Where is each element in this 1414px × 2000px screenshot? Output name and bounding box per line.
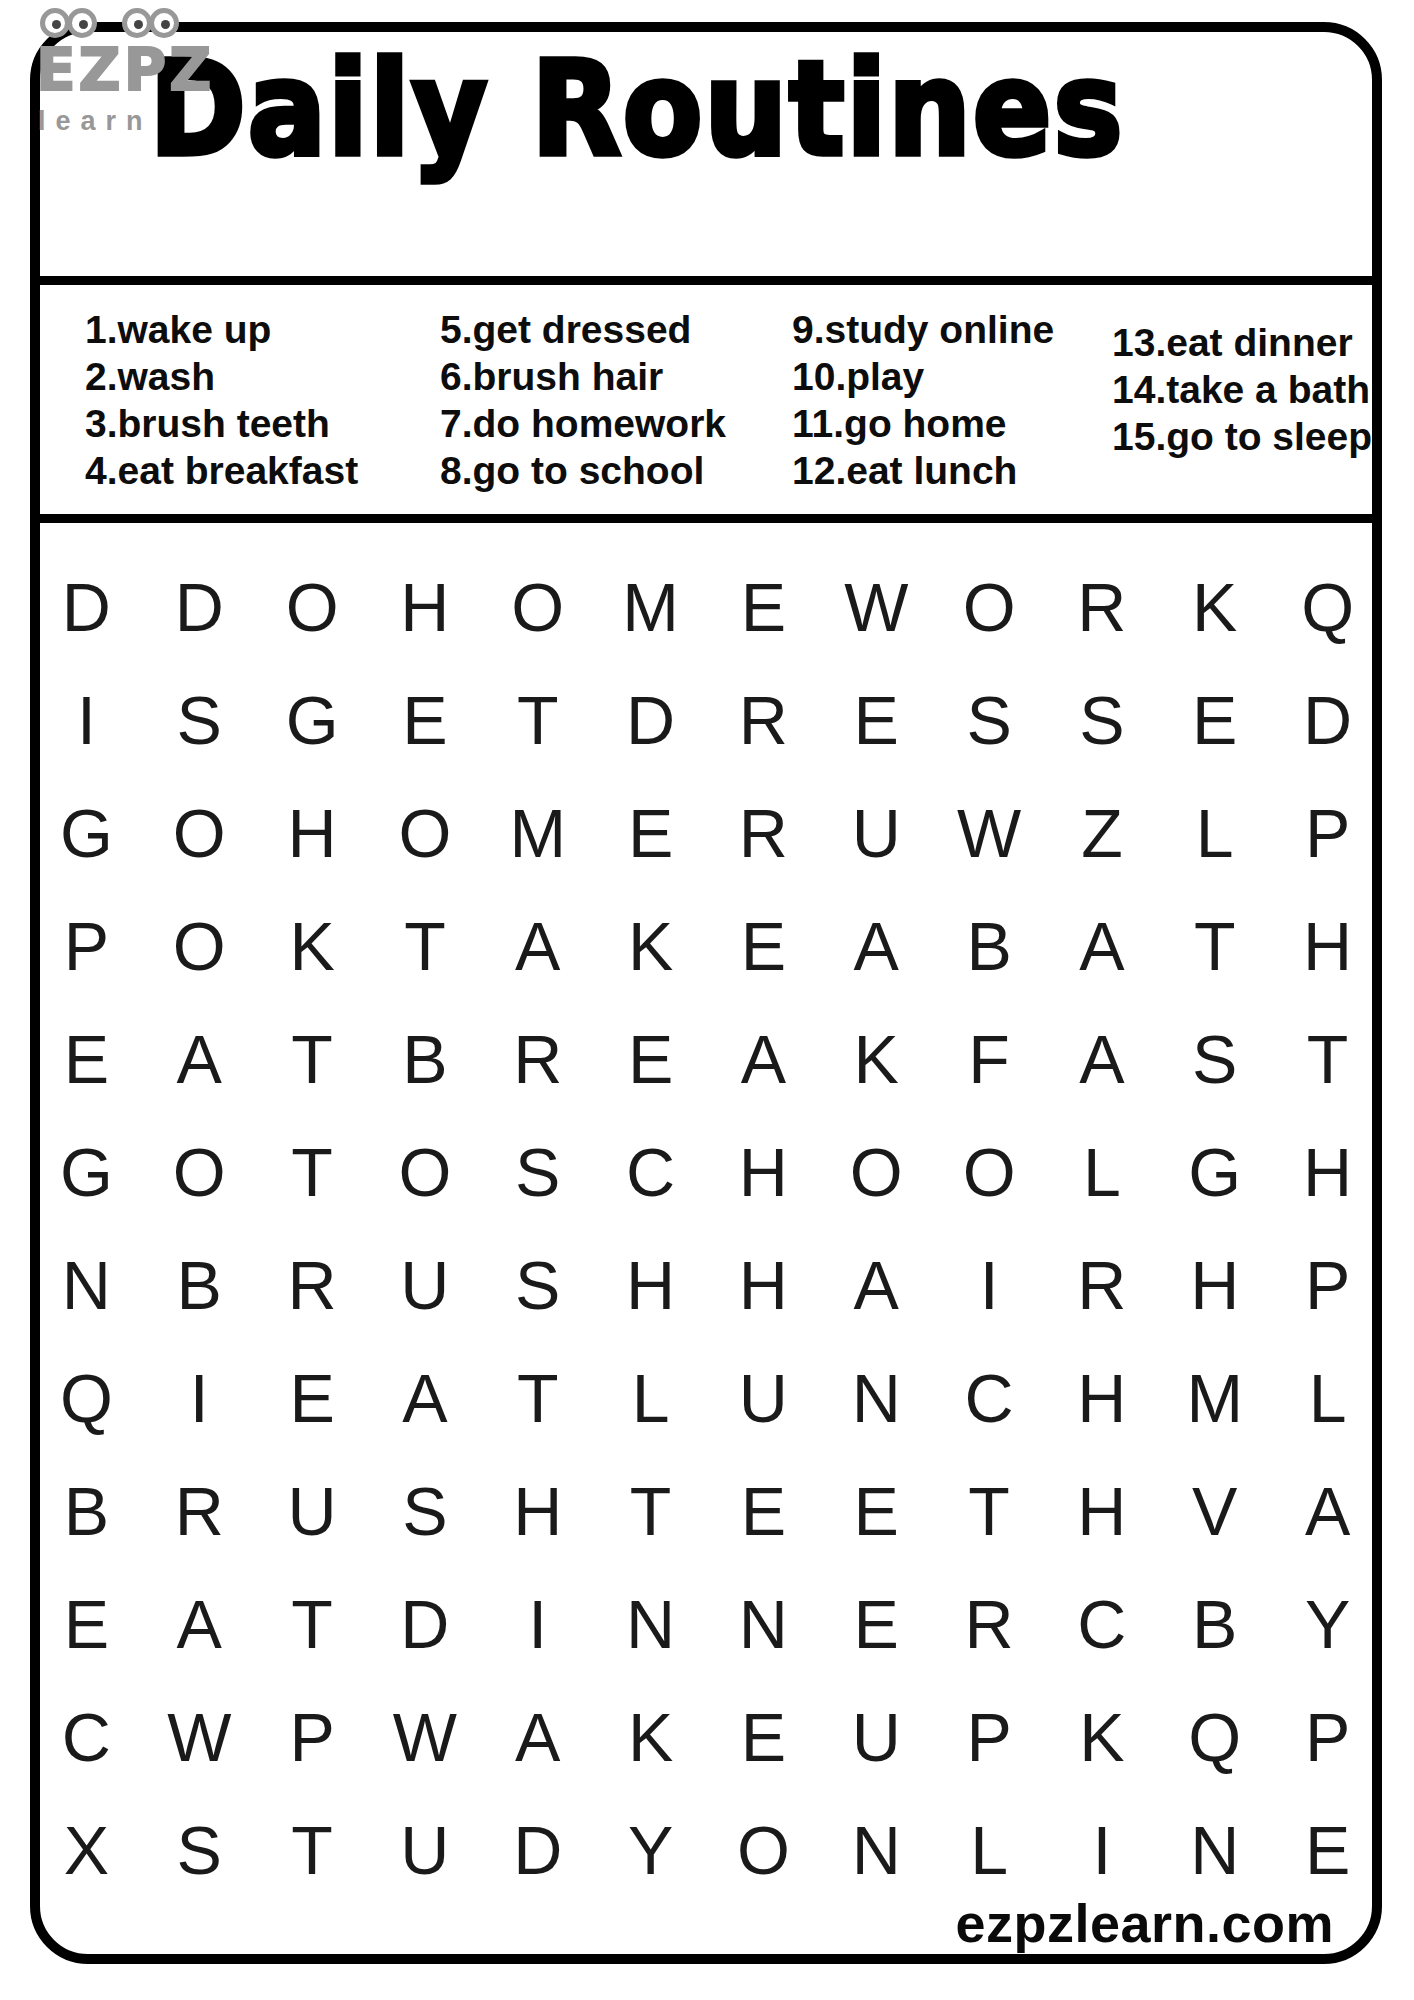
grid-cell[interactable]: D [481,1793,594,1906]
grid-cell[interactable]: P [1271,1680,1384,1793]
grid-cell[interactable]: S [1046,663,1159,776]
grid-cell[interactable]: H [256,776,369,889]
grid-cell[interactable]: C [933,1341,1046,1454]
grid-cell[interactable]: A [481,1680,594,1793]
grid-cell[interactable]: O [143,889,256,1002]
grid-cell[interactable]: T [1271,1002,1384,1115]
separator-top [40,276,1374,285]
ezpz-logo: EZPZ learn [36,8,226,137]
grid-cell[interactable]: R [707,776,820,889]
grid-cell[interactable]: P [933,1680,1046,1793]
grid-cell[interactable]: R [933,1567,1046,1680]
grid-cell[interactable]: P [30,889,143,1002]
grid-cell[interactable]: Y [594,1793,707,1906]
word-column: 1.wake up2.wash3.brush teeth4.eat breakf… [85,306,358,494]
grid-cell[interactable]: I [143,1341,256,1454]
grid-cell[interactable]: E [256,1341,369,1454]
grid-cell[interactable]: C [1046,1567,1159,1680]
grid-cell[interactable]: H [369,550,482,663]
grid-cell[interactable]: T [933,1454,1046,1567]
grid-cell[interactable]: E [369,663,482,776]
word-item: 13.eat dinner [1112,319,1372,366]
grid-cell[interactable]: W [143,1680,256,1793]
grid-cell[interactable]: E [707,1454,820,1567]
grid-cell[interactable]: N [594,1567,707,1680]
grid-cell[interactable]: Z [1046,776,1159,889]
grid-cell[interactable]: B [369,1002,482,1115]
grid-cell[interactable]: T [256,1567,369,1680]
grid-cell[interactable]: R [707,663,820,776]
grid-cell[interactable]: N [1158,1793,1271,1906]
grid-cell[interactable]: T [369,889,482,1002]
grid-cell[interactable]: A [1046,1002,1159,1115]
grid-cell[interactable]: N [30,1228,143,1341]
grid-cell[interactable]: U [369,1793,482,1906]
grid-cell[interactable]: R [1046,550,1159,663]
grid-cell[interactable]: M [594,550,707,663]
grid-cell[interactable]: D [594,663,707,776]
grid-cell[interactable]: M [1158,1341,1271,1454]
grid-cell[interactable]: S [143,1793,256,1906]
logo-subtext: learn [38,106,226,137]
word-item: 15.go to sleep [1112,413,1372,460]
grid-cell[interactable]: P [1271,776,1384,889]
word-item: 4.eat breakfast [85,447,358,494]
separator-bottom [40,514,1374,523]
grid-cell[interactable]: A [1271,1454,1384,1567]
grid-cell[interactable]: D [1271,663,1384,776]
grid-cell[interactable]: S [1158,1002,1271,1115]
grid-cell[interactable]: I [30,663,143,776]
grid-cell[interactable]: T [1158,889,1271,1002]
worksheet-page: EZPZ learn Daily Routines 1.wake up2.was… [0,0,1414,2000]
grid-cell[interactable]: X [30,1793,143,1906]
word-item: 6.brush hair [440,353,726,400]
letter-grid: DDOHOMEWORKQISGETDRESSEDGOHOMERUWZLPPOKT… [30,550,1384,1906]
grid-cell[interactable]: T [256,1115,369,1228]
grid-cell[interactable]: I [933,1228,1046,1341]
word-item: 12.eat lunch [792,447,1054,494]
grid-cell[interactable]: N [820,1793,933,1906]
grid-cell[interactable]: W [369,1680,482,1793]
owl-eye-icon [149,8,179,38]
grid-cell[interactable]: V [1158,1454,1271,1567]
grid-cell[interactable]: O [707,1793,820,1906]
grid-cell[interactable]: G [1158,1115,1271,1228]
word-item: 5.get dressed [440,306,726,353]
grid-cell[interactable]: T [594,1454,707,1567]
grid-cell[interactable]: S [481,1228,594,1341]
grid-cell[interactable]: E [820,1454,933,1567]
grid-cell[interactable]: T [256,1002,369,1115]
grid-cell[interactable]: O [143,1115,256,1228]
grid-cell[interactable]: W [820,550,933,663]
grid-cell[interactable]: U [820,1680,933,1793]
grid-cell[interactable]: E [30,1002,143,1115]
grid-cell[interactable]: E [1271,1793,1384,1906]
grid-cell[interactable]: R [256,1228,369,1341]
grid-cell[interactable]: H [1271,1115,1384,1228]
grid-cell[interactable]: O [933,550,1046,663]
grid-cell[interactable]: A [820,889,933,1002]
grid-cell[interactable]: H [1158,1228,1271,1341]
owl-eyes-left-icon [40,8,94,38]
grid-cell[interactable]: T [481,663,594,776]
grid-cell[interactable]: B [143,1228,256,1341]
grid-cell[interactable]: G [30,1115,143,1228]
grid-cell[interactable]: K [820,1002,933,1115]
grid-cell[interactable]: O [369,776,482,889]
grid-cell[interactable]: Q [1158,1680,1271,1793]
grid-cell[interactable]: A [481,889,594,1002]
grid-cell[interactable]: Q [1271,550,1384,663]
grid-cell[interactable]: S [481,1115,594,1228]
word-item: 14.take a bath [1112,366,1372,413]
grid-cell[interactable]: O [820,1115,933,1228]
grid-cell[interactable]: E [707,550,820,663]
grid-cell[interactable]: H [481,1454,594,1567]
grid-cell[interactable]: H [1271,889,1384,1002]
word-item: 11.go home [792,400,1054,447]
word-column: 9.study online10.play11.go home12.eat lu… [792,306,1054,494]
grid-cell[interactable]: L [594,1341,707,1454]
grid-cell[interactable]: T [256,1793,369,1906]
grid-cell[interactable]: R [143,1454,256,1567]
word-item: 2.wash [85,353,358,400]
grid-cell[interactable]: H [1046,1341,1159,1454]
grid-cell[interactable]: P [256,1680,369,1793]
grid-cell[interactable]: R [481,1002,594,1115]
grid-cell[interactable]: T [481,1341,594,1454]
grid-cell[interactable]: O [933,1115,1046,1228]
owl-eye-icon [40,8,70,38]
grid-cell[interactable]: E [820,663,933,776]
grid-cell[interactable]: E [594,1002,707,1115]
grid-cell[interactable]: A [820,1228,933,1341]
word-item: 10.play [792,353,1054,400]
grid-cell[interactable]: G [256,663,369,776]
grid-cell[interactable]: K [1158,550,1271,663]
grid-cell[interactable]: Y [1271,1567,1384,1680]
grid-cell[interactable]: O [369,1115,482,1228]
grid-cell[interactable]: K [594,1680,707,1793]
footer-site-text: ezpzlearn.com [955,1892,1334,1954]
grid-cell[interactable]: O [481,550,594,663]
word-item: 8.go to school [440,447,726,494]
grid-cell[interactable]: C [30,1680,143,1793]
grid-cell[interactable]: H [1046,1454,1159,1567]
grid-cell[interactable]: U [369,1228,482,1341]
word-column: 13.eat dinner14.take a bath15.go to slee… [1112,319,1372,460]
grid-cell[interactable]: D [143,550,256,663]
grid-cell[interactable]: S [369,1454,482,1567]
word-item: 1.wake up [85,306,358,353]
grid-cell[interactable]: E [1158,663,1271,776]
grid-cell[interactable]: S [143,663,256,776]
grid-cell[interactable]: L [1158,776,1271,889]
grid-cell[interactable]: E [820,1567,933,1680]
grid-cell[interactable]: H [707,1228,820,1341]
grid-cell[interactable]: A [143,1002,256,1115]
grid-cell[interactable]: R [1046,1228,1159,1341]
word-item: 7.do homework [440,400,726,447]
grid-cell[interactable]: K [1046,1680,1159,1793]
grid-cell[interactable]: D [369,1567,482,1680]
grid-cell[interactable]: P [1271,1228,1384,1341]
word-column: 5.get dressed6.brush hair7.do homework8.… [440,306,726,494]
owl-eye-icon [67,8,97,38]
grid-cell[interactable]: A [143,1567,256,1680]
grid-cell[interactable]: A [369,1341,482,1454]
grid-cell[interactable]: L [933,1793,1046,1906]
grid-cell[interactable]: E [30,1567,143,1680]
owl-eyes-right-icon [122,8,176,38]
grid-cell[interactable]: U [256,1454,369,1567]
grid-cell[interactable]: E [707,1680,820,1793]
grid-cell[interactable]: I [1046,1793,1159,1906]
grid-cell[interactable]: L [1046,1115,1159,1228]
word-list: 1.wake up2.wash3.brush teeth4.eat breakf… [40,306,1374,506]
grid-cell[interactable]: W [933,776,1046,889]
grid-cell[interactable]: B [933,889,1046,1002]
grid-cell[interactable]: K [594,889,707,1002]
word-item: 3.brush teeth [85,400,358,447]
grid-cell[interactable]: E [707,889,820,1002]
grid-cell[interactable]: G [30,776,143,889]
logo-text: EZPZ [36,36,226,104]
grid-cell[interactable]: O [143,776,256,889]
grid-cell[interactable]: O [256,550,369,663]
grid-cell[interactable]: N [707,1567,820,1680]
grid-cell[interactable]: K [256,889,369,1002]
owl-eye-icon [122,8,152,38]
grid-cell[interactable]: H [707,1115,820,1228]
grid-cell[interactable]: Q [30,1341,143,1454]
grid-cell[interactable]: H [594,1228,707,1341]
grid-cell[interactable]: L [1271,1341,1384,1454]
grid-cell[interactable]: C [594,1115,707,1228]
grid-cell[interactable]: B [30,1454,143,1567]
grid-cell[interactable]: A [707,1002,820,1115]
grid-cell[interactable]: B [1158,1567,1271,1680]
grid-cell[interactable]: S [933,663,1046,776]
grid-cell[interactable]: F [933,1002,1046,1115]
grid-cell[interactable]: N [820,1341,933,1454]
grid-cell[interactable]: U [820,776,933,889]
grid-cell[interactable]: I [481,1567,594,1680]
word-item: 9.study online [792,306,1054,353]
grid-cell[interactable]: M [481,776,594,889]
grid-cell[interactable]: E [594,776,707,889]
grid-cell[interactable]: U [707,1341,820,1454]
grid-cell[interactable]: A [1046,889,1159,1002]
grid-cell[interactable]: D [30,550,143,663]
